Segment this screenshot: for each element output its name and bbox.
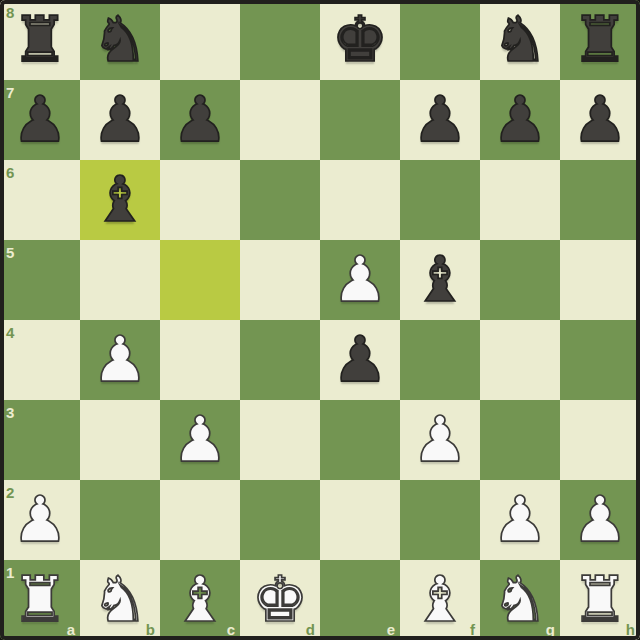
square-h6[interactable] bbox=[560, 160, 640, 240]
square-g1[interactable]: g♞ bbox=[480, 560, 560, 640]
black-pawn-f7[interactable]: ♟ bbox=[400, 80, 480, 160]
white-king-d1[interactable]: ♚ bbox=[240, 560, 320, 640]
square-a6[interactable]: 6 bbox=[0, 160, 80, 240]
square-d7[interactable] bbox=[240, 80, 320, 160]
square-c2[interactable] bbox=[160, 480, 240, 560]
square-g6[interactable] bbox=[480, 160, 560, 240]
black-pawn-g7[interactable]: ♟ bbox=[480, 80, 560, 160]
square-e2[interactable] bbox=[320, 480, 400, 560]
square-f5[interactable]: ♝ bbox=[400, 240, 480, 320]
square-c7[interactable]: ♟ bbox=[160, 80, 240, 160]
square-f4[interactable] bbox=[400, 320, 480, 400]
white-rook-a1[interactable]: ♜ bbox=[0, 560, 80, 640]
file-label-e: e bbox=[387, 621, 395, 638]
square-g8[interactable]: ♞ bbox=[480, 0, 560, 80]
square-h4[interactable] bbox=[560, 320, 640, 400]
white-knight-b1[interactable]: ♞ bbox=[80, 560, 160, 640]
square-d3[interactable] bbox=[240, 400, 320, 480]
black-knight-b8[interactable]: ♞ bbox=[80, 0, 160, 80]
square-h1[interactable]: h♜ bbox=[560, 560, 640, 640]
white-pawn-h2[interactable]: ♟ bbox=[560, 480, 640, 560]
square-d8[interactable] bbox=[240, 0, 320, 80]
square-a7[interactable]: 7♟ bbox=[0, 80, 80, 160]
square-c3[interactable]: ♟ bbox=[160, 400, 240, 480]
square-b4[interactable]: ♟ bbox=[80, 320, 160, 400]
square-c6[interactable] bbox=[160, 160, 240, 240]
black-rook-a8[interactable]: ♜ bbox=[0, 0, 80, 80]
white-rook-h1[interactable]: ♜ bbox=[560, 560, 640, 640]
square-a8[interactable]: 8♜ bbox=[0, 0, 80, 80]
rank-label-6: 6 bbox=[6, 164, 14, 181]
white-pawn-a2[interactable]: ♟ bbox=[0, 480, 80, 560]
rank-label-3: 3 bbox=[6, 404, 14, 421]
square-d5[interactable] bbox=[240, 240, 320, 320]
square-f3[interactable]: ♟ bbox=[400, 400, 480, 480]
square-g2[interactable]: ♟ bbox=[480, 480, 560, 560]
square-g7[interactable]: ♟ bbox=[480, 80, 560, 160]
white-knight-g1[interactable]: ♞ bbox=[480, 560, 560, 640]
square-b6[interactable]: ♝ bbox=[80, 160, 160, 240]
square-c4[interactable] bbox=[160, 320, 240, 400]
square-f8[interactable] bbox=[400, 0, 480, 80]
square-a3[interactable]: 3 bbox=[0, 400, 80, 480]
square-f2[interactable] bbox=[400, 480, 480, 560]
square-a4[interactable]: 4 bbox=[0, 320, 80, 400]
black-knight-g8[interactable]: ♞ bbox=[480, 0, 560, 80]
white-bishop-c1[interactable]: ♝ bbox=[160, 560, 240, 640]
white-pawn-c3[interactable]: ♟ bbox=[160, 400, 240, 480]
square-h8[interactable]: ♜ bbox=[560, 0, 640, 80]
rank-label-5: 5 bbox=[6, 244, 14, 261]
square-c1[interactable]: c♝ bbox=[160, 560, 240, 640]
black-pawn-h7[interactable]: ♟ bbox=[560, 80, 640, 160]
square-e8[interactable]: ♚ bbox=[320, 0, 400, 80]
black-bishop-f5[interactable]: ♝ bbox=[400, 240, 480, 320]
black-pawn-b7[interactable]: ♟ bbox=[80, 80, 160, 160]
square-e5[interactable]: ♟ bbox=[320, 240, 400, 320]
square-a2[interactable]: 2♟ bbox=[0, 480, 80, 560]
black-pawn-a7[interactable]: ♟ bbox=[0, 80, 80, 160]
square-c5[interactable] bbox=[160, 240, 240, 320]
black-king-e8[interactable]: ♚ bbox=[320, 0, 400, 80]
square-b1[interactable]: b♞ bbox=[80, 560, 160, 640]
square-d1[interactable]: d♚ bbox=[240, 560, 320, 640]
white-pawn-f3[interactable]: ♟ bbox=[400, 400, 480, 480]
rank-label-4: 4 bbox=[6, 324, 14, 341]
square-e3[interactable] bbox=[320, 400, 400, 480]
square-b7[interactable]: ♟ bbox=[80, 80, 160, 160]
square-b3[interactable] bbox=[80, 400, 160, 480]
square-b2[interactable] bbox=[80, 480, 160, 560]
chess-board: 8♜♞♚♞♜7♟♟♟♟♟♟6♝5♟♝4♟♟3♟♟2♟♟♟1a♜b♞c♝d♚ef♝… bbox=[0, 0, 640, 640]
square-g4[interactable] bbox=[480, 320, 560, 400]
square-h2[interactable]: ♟ bbox=[560, 480, 640, 560]
black-rook-h8[interactable]: ♜ bbox=[560, 0, 640, 80]
square-b8[interactable]: ♞ bbox=[80, 0, 160, 80]
square-a5[interactable]: 5 bbox=[0, 240, 80, 320]
square-h5[interactable] bbox=[560, 240, 640, 320]
square-c8[interactable] bbox=[160, 0, 240, 80]
square-a1[interactable]: 1a♜ bbox=[0, 560, 80, 640]
square-e6[interactable] bbox=[320, 160, 400, 240]
square-h3[interactable] bbox=[560, 400, 640, 480]
square-d4[interactable] bbox=[240, 320, 320, 400]
black-bishop-b6[interactable]: ♝ bbox=[80, 160, 160, 240]
square-f7[interactable]: ♟ bbox=[400, 80, 480, 160]
square-b5[interactable] bbox=[80, 240, 160, 320]
square-e1[interactable]: e bbox=[320, 560, 400, 640]
white-bishop-f1[interactable]: ♝ bbox=[400, 560, 480, 640]
square-f1[interactable]: f♝ bbox=[400, 560, 480, 640]
white-pawn-b4[interactable]: ♟ bbox=[80, 320, 160, 400]
white-pawn-g2[interactable]: ♟ bbox=[480, 480, 560, 560]
white-pawn-e5[interactable]: ♟ bbox=[320, 240, 400, 320]
square-f6[interactable] bbox=[400, 160, 480, 240]
square-d6[interactable] bbox=[240, 160, 320, 240]
square-e4[interactable]: ♟ bbox=[320, 320, 400, 400]
square-g5[interactable] bbox=[480, 240, 560, 320]
square-e7[interactable] bbox=[320, 80, 400, 160]
board-container: 8♜♞♚♞♜7♟♟♟♟♟♟6♝5♟♝4♟♟3♟♟2♟♟♟1a♜b♞c♝d♚ef♝… bbox=[0, 0, 640, 640]
black-pawn-e4[interactable]: ♟ bbox=[320, 320, 400, 400]
square-d2[interactable] bbox=[240, 480, 320, 560]
square-h7[interactable]: ♟ bbox=[560, 80, 640, 160]
square-g3[interactable] bbox=[480, 400, 560, 480]
black-pawn-c7[interactable]: ♟ bbox=[160, 80, 240, 160]
